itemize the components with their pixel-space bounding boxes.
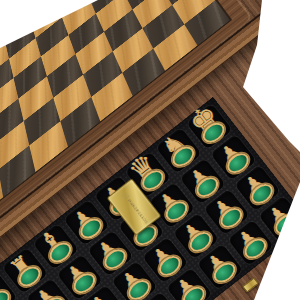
tray-piece-pawn: ♟ [208,193,246,232]
pawn-glyph: ♟ [87,290,115,300]
chess-set-photo: ♟♜♝♟♟♛♞♚♟♟♟♟♝♟♟♟♟♜♟♟♟♟♟♟♟♞♟♟♟♟♟♟ ♘ MANOP… [0,0,300,300]
plaque-brand-text: MANOPOULOS [127,199,148,225]
tray-piece-pawn: ♟ [153,186,191,225]
tray-piece-pawn: ♟ [177,217,215,256]
tray-piece-rook: ♜ [5,250,44,291]
tray-piece-pawn: ♟ [85,289,123,300]
tray-piece-pawn: ♟ [30,282,68,300]
tray-piece-pawn: ♟ [147,241,185,280]
tray-piece-pawn: ♟ [61,258,99,297]
tray-piece-pawn: ♟ [263,199,300,238]
tray-piece-pawn: ♟ [92,234,130,273]
tray-piece-pawn: ♟ [215,138,253,177]
tray-piece-pawn: ♟ [116,265,154,300]
tray-piece-pawn: ♟ [232,223,270,262]
tray-piece-pawn: ♟ [171,271,209,300]
tray-piece-knight: ♞ [157,127,198,170]
tray-piece-pawn: ♟ [184,162,222,201]
tray-piece-bishop: ♝ [34,223,75,266]
tray-piece-pawn: ♟ [201,247,239,286]
tray-piece-pawn: ♟ [68,203,106,242]
tray-piece-pawn: ♟ [239,169,277,208]
